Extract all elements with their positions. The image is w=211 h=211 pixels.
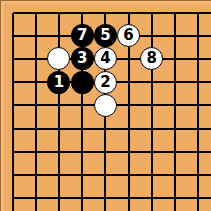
move-number-label: 5 — [100, 28, 110, 43]
intersection — [187, 117, 210, 140]
intersection — [117, 117, 140, 140]
intersection: 6 — [117, 24, 140, 47]
intersection — [1, 187, 24, 210]
intersection — [24, 94, 47, 117]
intersection — [140, 140, 163, 163]
intersection — [1, 24, 24, 47]
stone-white-move-8: 8 — [140, 47, 163, 70]
intersection — [1, 140, 24, 163]
move-number-label: 8 — [147, 51, 157, 66]
intersection: 5 — [94, 24, 117, 47]
intersection — [117, 163, 140, 186]
intersection — [47, 117, 70, 140]
board-frame-left-highlight — [1, 1, 4, 211]
intersection — [117, 187, 140, 210]
stone-black-plain — [71, 71, 94, 94]
stone-black-move-3: 3 — [71, 47, 94, 70]
intersection — [1, 1, 24, 24]
intersection — [163, 117, 186, 140]
intersection — [140, 117, 163, 140]
intersection — [71, 94, 94, 117]
intersection — [163, 47, 186, 70]
intersection — [117, 140, 140, 163]
intersection — [117, 71, 140, 94]
stone-white-move-2: 2 — [94, 71, 117, 94]
intersection — [140, 24, 163, 47]
stone-black-move-7: 7 — [71, 24, 94, 47]
intersection — [187, 47, 210, 70]
intersection — [1, 163, 24, 186]
intersection — [94, 1, 117, 24]
intersection — [71, 187, 94, 210]
stone-black-move-5: 5 — [94, 24, 117, 47]
move-number-label: 1 — [54, 75, 64, 90]
intersection — [187, 163, 210, 186]
intersection — [117, 47, 140, 70]
intersection: 7 — [71, 24, 94, 47]
move-number-label: 6 — [123, 28, 133, 43]
intersection — [1, 47, 24, 70]
intersection — [71, 140, 94, 163]
stone-white-plain — [94, 94, 117, 117]
intersection — [163, 187, 186, 210]
intersection — [1, 71, 24, 94]
intersection — [47, 140, 70, 163]
intersection — [163, 163, 186, 186]
intersection: 1 — [47, 71, 70, 94]
intersection — [71, 163, 94, 186]
intersection — [117, 1, 140, 24]
go-grid: 75634812 — [1, 1, 210, 210]
intersection — [140, 71, 163, 94]
intersection — [187, 187, 210, 210]
intersection — [47, 1, 70, 24]
stone-white-plain — [47, 47, 70, 70]
intersection — [117, 94, 140, 117]
intersection — [1, 94, 24, 117]
intersection — [140, 187, 163, 210]
intersection — [24, 24, 47, 47]
intersection — [94, 117, 117, 140]
intersection — [47, 163, 70, 186]
stone-white-move-4: 4 — [94, 47, 117, 70]
intersection — [187, 1, 210, 24]
move-number-label: 7 — [77, 28, 87, 43]
intersection — [187, 140, 210, 163]
intersection — [140, 94, 163, 117]
intersection — [94, 140, 117, 163]
intersection — [94, 94, 117, 117]
intersection — [187, 94, 210, 117]
intersection — [163, 24, 186, 47]
intersection — [163, 94, 186, 117]
intersection — [24, 1, 47, 24]
intersection — [47, 24, 70, 47]
stone-black-move-1: 1 — [47, 71, 70, 94]
intersection — [163, 71, 186, 94]
intersection — [163, 1, 186, 24]
intersection — [71, 1, 94, 24]
go-board-diagram: 75634812 — [0, 0, 211, 211]
intersection: 3 — [71, 47, 94, 70]
intersection — [187, 24, 210, 47]
intersection — [71, 71, 94, 94]
intersection — [187, 71, 210, 94]
intersection — [163, 140, 186, 163]
intersection — [24, 187, 47, 210]
intersection — [24, 71, 47, 94]
intersection — [140, 1, 163, 24]
intersection — [94, 187, 117, 210]
intersection — [24, 117, 47, 140]
intersection — [24, 140, 47, 163]
intersection: 8 — [140, 47, 163, 70]
intersection — [94, 163, 117, 186]
intersection — [140, 163, 163, 186]
intersection: 4 — [94, 47, 117, 70]
intersection — [71, 117, 94, 140]
move-number-label: 4 — [100, 51, 110, 66]
intersection — [1, 117, 24, 140]
move-number-label: 3 — [77, 51, 87, 66]
intersection — [47, 187, 70, 210]
intersection — [24, 163, 47, 186]
move-number-label: 2 — [100, 75, 110, 90]
board-frame-top-highlight — [0, 1, 211, 4]
intersection — [24, 47, 47, 70]
stone-white-move-6: 6 — [117, 24, 140, 47]
intersection — [47, 94, 70, 117]
intersection: 2 — [94, 71, 117, 94]
intersection — [47, 47, 70, 70]
